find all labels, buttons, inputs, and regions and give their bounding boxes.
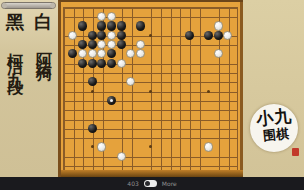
white-stone <box>204 142 213 151</box>
white-stone <box>223 31 232 40</box>
black-stone <box>97 21 106 30</box>
white-stone <box>117 59 126 68</box>
black-player-column: 黑 柯洁 九段 <box>0 12 29 72</box>
black-stone <box>97 31 106 40</box>
side-panel: 小九 围棋 <box>243 0 304 177</box>
video-area[interactable]: 黑 柯洁 九段 白 阿法狗 小九 <box>0 0 304 177</box>
player-panel: 黑 柯洁 九段 白 阿法狗 <box>0 0 58 177</box>
black-stone <box>78 40 87 49</box>
black-stone <box>107 59 116 68</box>
white-stone <box>136 49 145 58</box>
black-stone <box>136 21 145 30</box>
red-seal-icon <box>292 148 299 156</box>
black-stone <box>107 96 116 105</box>
white-stone <box>97 40 106 49</box>
white-stone <box>126 77 135 86</box>
white-stone <box>97 12 106 21</box>
black-stone <box>214 31 223 40</box>
black-stone <box>185 31 194 40</box>
black-player-rank: 九段 <box>4 60 25 72</box>
white-stone <box>126 49 135 58</box>
black-stone <box>204 31 213 40</box>
black-side-label: 黑 <box>6 12 24 32</box>
video-player-bar: 403 More <box>0 177 304 190</box>
white-stone <box>214 49 223 58</box>
go-broadcast-screen: 黑 柯洁 九段 白 阿法狗 小九 <box>0 0 304 190</box>
white-side-label: 白 <box>35 12 53 32</box>
white-stone <box>68 31 77 40</box>
black-stone <box>78 21 87 30</box>
stones-layer <box>63 7 238 175</box>
white-stone <box>136 40 145 49</box>
white-player-column: 白 阿法狗 <box>29 12 58 72</box>
black-stone <box>88 59 97 68</box>
black-stone <box>88 77 97 86</box>
white-player-name: 阿法狗 <box>33 40 54 58</box>
white-stone <box>78 49 87 58</box>
white-stone <box>117 152 126 161</box>
white-stone <box>88 49 97 58</box>
white-stone <box>107 31 116 40</box>
board-bottom-edge <box>61 170 243 177</box>
black-stone <box>117 40 126 49</box>
black-stone <box>88 31 97 40</box>
black-stone <box>88 40 97 49</box>
black-stone <box>117 31 126 40</box>
white-stone <box>97 49 106 58</box>
white-stone <box>107 12 116 21</box>
xiaojiu-weiqi-logo: 小九 围棋 <box>250 104 300 158</box>
white-stone <box>97 142 106 151</box>
danmaku-toggle[interactable] <box>144 180 157 187</box>
player-bar-more-button[interactable]: More <box>162 180 177 187</box>
toggle-knob <box>145 181 150 186</box>
white-stone <box>214 21 223 30</box>
go-board <box>58 0 243 177</box>
black-stone <box>117 21 126 30</box>
player-bar-count: 403 <box>127 180 138 187</box>
black-stone <box>68 49 77 58</box>
black-stone <box>78 59 87 68</box>
white-stone <box>107 40 116 49</box>
last-move-marker <box>110 99 113 102</box>
black-player-name: 柯洁 <box>4 40 25 52</box>
black-stone <box>107 49 116 58</box>
black-stone <box>97 59 106 68</box>
black-stone <box>88 124 97 133</box>
black-stone <box>107 21 116 30</box>
scroll-rod-decoration <box>1 2 56 9</box>
